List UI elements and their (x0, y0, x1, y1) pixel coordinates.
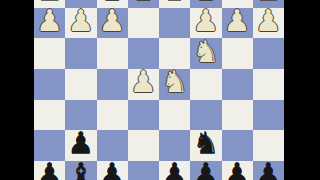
square-e5 (128, 100, 159, 131)
square-d2 (159, 8, 190, 39)
square-b7: ♟ (222, 161, 253, 180)
black-pawn-g6-icon: ♟ (67, 128, 94, 158)
square-h2: ♟ (34, 8, 65, 39)
white-knight-c3-icon: ♞ (192, 37, 219, 67)
square-b4 (222, 69, 253, 100)
white-king-e1-icon: ♚ (130, 0, 157, 5)
square-h4 (34, 69, 65, 100)
letterbox-left (0, 0, 34, 180)
square-b5 (222, 100, 253, 131)
square-a5 (253, 100, 284, 131)
square-e6 (128, 130, 159, 161)
square-f4 (97, 69, 128, 100)
square-f7: ♟ (97, 161, 128, 180)
square-d5 (159, 100, 190, 131)
square-d7: ♟ (159, 161, 190, 180)
black-pawn-c7-icon: ♟ (192, 159, 219, 180)
white-pawn-c2-icon: ♟ (192, 6, 219, 36)
black-pawn-h7-icon: ♟ (36, 159, 63, 180)
letterbox-right (284, 0, 320, 180)
square-g2: ♟ (65, 8, 96, 39)
white-pawn-f2-icon: ♟ (99, 6, 126, 36)
square-e1: ♚ (128, 0, 159, 8)
square-g4 (65, 69, 96, 100)
square-g7: ♝ (65, 161, 96, 180)
black-pawn-f7-icon: ♟ (99, 159, 126, 180)
white-pawn-g2-icon: ♟ (67, 6, 94, 36)
square-a7: ♟ (253, 161, 284, 180)
square-f5 (97, 100, 128, 131)
square-c3: ♞ (190, 38, 221, 69)
white-queen-d1-icon: ♛ (161, 0, 188, 5)
square-f2: ♟ (97, 8, 128, 39)
white-pawn-a2-icon: ♟ (255, 6, 282, 36)
square-h7: ♟ (34, 161, 65, 180)
square-f3 (97, 38, 128, 69)
square-h3 (34, 38, 65, 69)
square-b3 (222, 38, 253, 69)
square-c4 (190, 69, 221, 100)
square-b2: ♟ (222, 8, 253, 39)
square-a3 (253, 38, 284, 69)
white-knight-d4-icon: ♞ (161, 67, 188, 97)
square-e2 (128, 8, 159, 39)
square-d1: ♛ (159, 0, 190, 8)
white-pawn-e4-icon: ♟ (130, 67, 157, 97)
black-pawn-d7-icon: ♟ (161, 159, 188, 180)
black-pawn-b7-icon: ♟ (224, 159, 251, 180)
black-bishop-g7-icon: ♝ (67, 159, 94, 180)
square-d4: ♞ (159, 69, 190, 100)
video-frame: ♜♝♚♛♝♜♟♟♟♟♟♟♞♟♞♟♞♟♝♟♟♟♟♟♜♞♚♛♝♜ (0, 0, 320, 180)
square-h5 (34, 100, 65, 131)
square-e7 (128, 161, 159, 180)
black-knight-c6-icon: ♞ (192, 128, 219, 158)
square-a2: ♟ (253, 8, 284, 39)
square-e4: ♟ (128, 69, 159, 100)
white-pawn-b2-icon: ♟ (224, 6, 251, 36)
black-pawn-a7-icon: ♟ (255, 159, 282, 180)
square-c7: ♟ (190, 161, 221, 180)
white-pawn-h2-icon: ♟ (36, 6, 63, 36)
chess-board: ♜♝♚♛♝♜♟♟♟♟♟♟♞♟♞♟♞♟♝♟♟♟♟♟♜♞♚♛♝♜ (34, 0, 284, 180)
square-g3 (65, 38, 96, 69)
square-a4 (253, 69, 284, 100)
